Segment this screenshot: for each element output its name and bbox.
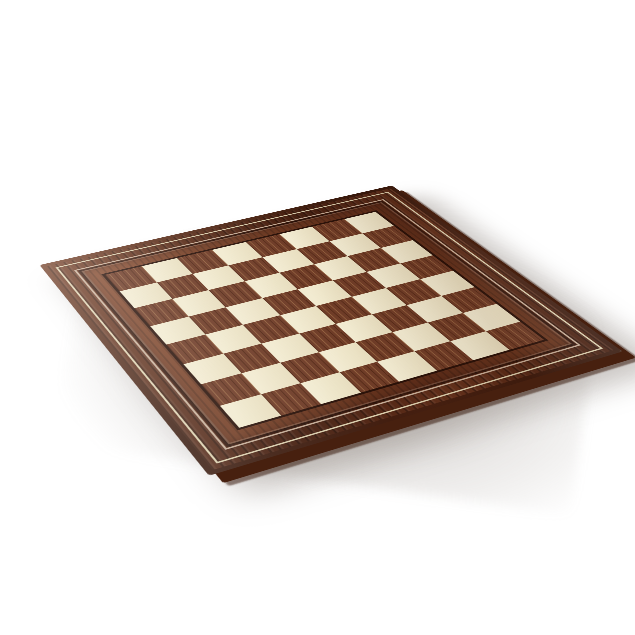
product-photo-scene [0, 0, 635, 635]
